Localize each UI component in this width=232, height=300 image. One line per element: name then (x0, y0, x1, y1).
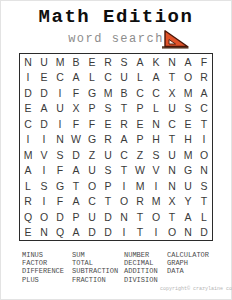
grid-cell-r6c4: W (68, 132, 84, 148)
grid-cell-r2c8: L (132, 70, 148, 86)
grid-cell-r10c3: F (52, 194, 68, 210)
grid-cell-r9c11: U (180, 178, 196, 194)
grid-cell-r8c9: V (148, 163, 164, 179)
subtitle-row: word search (0, 29, 232, 47)
grid-cell-r11c4: P (68, 209, 84, 225)
grid-cell-r6c5: G (84, 132, 100, 148)
word-list-item: ADDITION (124, 267, 158, 275)
grid-cell-r2c1: I (20, 70, 36, 86)
grid-cell-r4c6: S (100, 101, 116, 117)
grid-cell-r3c6: M (100, 85, 116, 101)
grid-cell-r11c12: L (196, 209, 212, 225)
grid-cell-r3c5: G (84, 85, 100, 101)
grid-cell-r10c10: X (164, 194, 180, 210)
grid-cell-r9c8: M (132, 178, 148, 194)
word-list-item: GRAPH (167, 259, 209, 267)
grid-cell-r9c9: I (148, 178, 164, 194)
grid-cell-r11c9: O (148, 209, 164, 225)
grid-cell-r9c4: T (68, 178, 84, 194)
word-list-column-1: MINUSFACTORDIFFERENCEPLUS (22, 251, 64, 284)
grid-cell-r5c7: R (116, 116, 132, 132)
grid-cell-r1c7: S (116, 54, 132, 70)
grid-cell-r8c10: N (164, 163, 180, 179)
triangle-ruler-icon (161, 30, 189, 51)
grid-cell-r8c11: G (180, 163, 196, 179)
grid-cell-r10c4: A (68, 194, 84, 210)
grid-cell-r1c8: A (132, 54, 148, 70)
grid-cell-r7c7: C (116, 147, 132, 163)
grid-cell-r10c7: O (116, 194, 132, 210)
word-list-column-4: CALCULATORGRAPHDATA (167, 251, 209, 276)
word-list-item: PLUS (22, 276, 64, 284)
grid-cell-r12c8: T (132, 225, 148, 241)
word-list-item: CALCULATOR (167, 251, 209, 259)
page-title: Math Edition (0, 6, 232, 28)
grid-cell-r7c5: Z (84, 147, 100, 163)
grid-cell-r4c2: A (36, 101, 52, 117)
grid-cell-r12c5: D (84, 225, 100, 241)
grid-cell-r2c3: C (52, 70, 68, 86)
grid-cell-r6c6: R (100, 132, 116, 148)
grid-cell-r5c1: C (20, 116, 36, 132)
grid-cell-r11c5: U (84, 209, 100, 225)
grid-cell-r3c4: F (68, 85, 84, 101)
grid-cell-r2c11: O (180, 70, 196, 86)
grid-cell-r6c10: T (164, 132, 180, 148)
grid-cell-r5c9: N (148, 116, 164, 132)
grid-cell-r5c8: E (132, 116, 148, 132)
word-list-item: MINUS (22, 251, 64, 259)
grid-cell-r3c9: C (148, 85, 164, 101)
grid-cell-r7c2: V (36, 147, 52, 163)
grid-cell-r3c11: M (180, 85, 196, 101)
grid-cell-r11c11: A (180, 209, 196, 225)
grid-cell-r9c5: O (84, 178, 100, 194)
grid-cell-r6c8: P (132, 132, 148, 148)
grid-cell-r4c5: P (84, 101, 100, 117)
grid-cell-r11c2: O (36, 209, 52, 225)
grid-cell-r2c9: A (148, 70, 164, 86)
grid-cell-r8c5: U (84, 163, 100, 179)
grid-cell-r2c12: R (196, 70, 212, 86)
grid-cell-r3c8: C (132, 85, 148, 101)
grid-cell-r1c12: F (196, 54, 212, 70)
grid-cell-r5c2: D (36, 116, 52, 132)
grid-cell-r1c10: N (164, 54, 180, 70)
grid-cell-r3c3: I (52, 85, 68, 101)
grid-cell-r9c1: L (20, 178, 36, 194)
word-list-item: DIVISION (124, 276, 158, 284)
grid-cell-r12c11: N (180, 225, 196, 241)
word-list-item: SUM (72, 251, 118, 259)
grid-cell-r9c10: N (164, 178, 180, 194)
grid-cell-r10c8: R (132, 194, 148, 210)
grid-cell-r10c5: C (84, 194, 100, 210)
grid-cell-r6c11: H (180, 132, 196, 148)
grid-cell-r1c3: M (52, 54, 68, 70)
grid-cell-r2c2: E (36, 70, 52, 86)
grid-cell-r4c9: L (148, 101, 164, 117)
word-list-column-2: SUMTOTALSUBTRACTIONFRACTION (72, 251, 118, 284)
grid-cell-r1c2: U (36, 54, 52, 70)
grid-cell-r3c10: X (164, 85, 180, 101)
grid-cell-r7c8: Z (132, 147, 148, 163)
grid-cell-r12c6: D (100, 225, 116, 241)
grid-cell-r11c3: D (52, 209, 68, 225)
grid-cell-r5c12: T (196, 116, 212, 132)
grid-cell-r3c2: D (36, 85, 52, 101)
grid-cell-r4c12: C (196, 101, 212, 117)
word-list-item: DATA (167, 267, 209, 275)
grid-cell-r8c12: N (196, 163, 212, 179)
grid-cell-r4c8: P (132, 101, 148, 117)
grid-cell-r9c6: P (100, 178, 116, 194)
grid-cell-r8c4: A (68, 163, 84, 179)
grid-cell-r5c4: F (68, 116, 84, 132)
grid-cell-r2c6: C (100, 70, 116, 86)
word-list-item: DIFFERENCE (22, 267, 64, 275)
grid-cell-r4c7: T (116, 101, 132, 117)
word-list-column-3: NUMBERDECIMALADDITIONDIVISION (124, 251, 158, 284)
grid-cell-r7c11: M (180, 147, 196, 163)
grid-cell-r1c6: R (100, 54, 116, 70)
grid-cell-r8c8: W (132, 163, 148, 179)
grid-cell-r8c2: I (36, 163, 52, 179)
word-list-item: SUBTRACTION (72, 267, 118, 275)
grid-cell-r7c10: U (164, 147, 180, 163)
grid-cell-r12c7: I (116, 225, 132, 241)
grid-cell-r1c11: A (180, 54, 196, 70)
word-list-item: TOTAL (72, 259, 118, 267)
grid-cell-r1c5: E (84, 54, 100, 70)
grid-cell-r10c9: M (148, 194, 164, 210)
grid-cell-r2c4: A (68, 70, 84, 86)
grid-cell-r12c3: Q (52, 225, 68, 241)
grid-cell-r6c12: I (196, 132, 212, 148)
grid-cell-r9c3: G (52, 178, 68, 194)
grid-cell-r2c5: L (84, 70, 100, 86)
grid-cell-r12c1: E (20, 225, 36, 241)
grid-cell-r10c2: I (36, 194, 52, 210)
worksheet-page: Math Edition word search NUMBERSAKNAFIEC… (0, 0, 232, 300)
grid-cell-r12c10: O (164, 225, 180, 241)
grid-cell-r11c10: T (164, 209, 180, 225)
grid-cell-r4c11: S (180, 101, 196, 117)
grid-cell-r10c12: T (196, 194, 212, 210)
grid-cell-r7c1: M (20, 147, 36, 163)
grid-cell-r2c10: T (164, 70, 180, 86)
grid-cell-r8c1: A (20, 163, 36, 179)
grid-cell-r9c2: S (36, 178, 52, 194)
grid-cell-r5c3: I (52, 116, 68, 132)
grid-cell-r6c2: I (36, 132, 52, 148)
grid-cell-r11c6: D (100, 209, 116, 225)
word-list-item: FACTOR (22, 259, 64, 267)
grid-cell-r6c1: I (20, 132, 36, 148)
subtitle: word search (68, 32, 164, 46)
grid-cell-r6c7: A (116, 132, 132, 148)
grid-cell-r7c12: O (196, 147, 212, 163)
grid-cell-r3c7: B (116, 85, 132, 101)
grid-cell-r6c3: N (52, 132, 68, 148)
grid-cell-r12c12: D (196, 225, 212, 241)
word-list-item: FRACTION (72, 276, 118, 284)
grid-cell-r7c3: S (52, 147, 68, 163)
grid-cell-r4c4: X (68, 101, 84, 117)
grid-cell-r7c6: U (100, 147, 116, 163)
grid-cell-r3c12: A (196, 85, 212, 101)
grid-cell-r12c9: I (148, 225, 164, 241)
grid-cell-r9c7: I (116, 178, 132, 194)
word-search-grid: NUMBERSAKNAFIECALCULATORDDIFGMBCCXMAEAUX… (19, 53, 213, 241)
grid-cell-r4c3: U (52, 101, 68, 117)
grid-cell-r8c6: S (100, 163, 116, 179)
grid-cell-r11c8: T (132, 209, 148, 225)
grid-cell-r4c1: E (20, 101, 36, 117)
grid-cell-r3c1: D (20, 85, 36, 101)
grid-cell-r4c10: U (164, 101, 180, 117)
grid-cell-r10c1: R (20, 194, 36, 210)
grid-cell-r5c11: E (180, 116, 196, 132)
grid-cell-r7c9: S (148, 147, 164, 163)
grid-cell-r12c4: A (68, 225, 84, 241)
grid-cell-r9c12: S (196, 178, 212, 194)
grid-cell-r11c7: N (116, 209, 132, 225)
grid-cell-r11c1: Q (20, 209, 36, 225)
grid-cell-r10c11: Y (180, 194, 196, 210)
grid-cell-r5c5: F (84, 116, 100, 132)
grid-cell-r7c4: D (68, 147, 84, 163)
grid-cell-r5c10: C (164, 116, 180, 132)
grid-cell-r8c7: T (116, 163, 132, 179)
word-list-item: NUMBER (124, 251, 158, 259)
grid-cell-r12c2: N (36, 225, 52, 241)
word-list-item: DECIMAL (124, 259, 158, 267)
copyright-watermark: copyright© crazylaine com (160, 286, 232, 292)
grid-cell-r5c6: E (100, 116, 116, 132)
grid-cell-r8c3: F (52, 163, 68, 179)
grid-cell-r2c7: U (116, 70, 132, 86)
grid-cell-r1c4: B (68, 54, 84, 70)
grid-cell-r1c9: K (148, 54, 164, 70)
grid-cell-r10c6: T (100, 194, 116, 210)
grid-cell-r6c9: H (148, 132, 164, 148)
grid-cell-r1c1: N (20, 54, 36, 70)
